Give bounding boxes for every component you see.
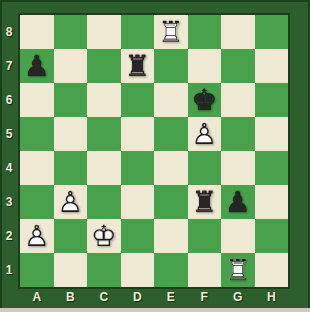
square-h5[interactable] — [255, 117, 289, 151]
square-e4[interactable] — [154, 151, 188, 185]
file-label-B: B — [54, 289, 88, 305]
square-b4[interactable] — [54, 151, 88, 185]
square-g7[interactable] — [221, 49, 255, 83]
square-a6[interactable] — [20, 83, 54, 117]
square-b8[interactable] — [54, 15, 88, 49]
white-pawn[interactable]: ♟♙ — [188, 117, 222, 151]
black-pawn[interactable]: ♟ — [221, 185, 255, 219]
square-f3[interactable]: ♜ — [188, 185, 222, 219]
rank-label-2: 2 — [0, 219, 18, 253]
square-b6[interactable] — [54, 83, 88, 117]
square-g1[interactable]: ♜♖ — [221, 253, 255, 287]
file-label-F: F — [188, 289, 222, 305]
file-label-D: D — [121, 289, 155, 305]
square-f2[interactable] — [188, 219, 222, 253]
square-d8[interactable] — [121, 15, 155, 49]
square-h2[interactable] — [255, 219, 289, 253]
square-h6[interactable] — [255, 83, 289, 117]
square-f6[interactable]: ♚ — [188, 83, 222, 117]
file-label-G: G — [221, 289, 255, 305]
square-d4[interactable] — [121, 151, 155, 185]
square-d6[interactable] — [121, 83, 155, 117]
square-h3[interactable] — [255, 185, 289, 219]
square-e6[interactable] — [154, 83, 188, 117]
square-h4[interactable] — [255, 151, 289, 185]
square-g6[interactable] — [221, 83, 255, 117]
rank-labels: 87654321 — [0, 15, 18, 287]
square-g4[interactable] — [221, 151, 255, 185]
square-e7[interactable] — [154, 49, 188, 83]
square-f7[interactable] — [188, 49, 222, 83]
rank-label-4: 4 — [0, 151, 18, 185]
square-c8[interactable] — [87, 15, 121, 49]
square-e3[interactable] — [154, 185, 188, 219]
square-c3[interactable] — [87, 185, 121, 219]
square-e2[interactable] — [154, 219, 188, 253]
square-d3[interactable] — [121, 185, 155, 219]
rank-label-6: 6 — [0, 83, 18, 117]
square-e1[interactable] — [154, 253, 188, 287]
rank-label-8: 8 — [0, 15, 18, 49]
chess-board: ♜♖♟♜♚♟♙♟♙♜♟♟♙♚♔♜♖ — [18, 13, 290, 289]
square-c2[interactable]: ♚♔ — [87, 219, 121, 253]
black-king[interactable]: ♚ — [188, 83, 222, 117]
white-pawn[interactable]: ♟♙ — [54, 185, 88, 219]
square-d5[interactable] — [121, 117, 155, 151]
square-a7[interactable]: ♟ — [20, 49, 54, 83]
white-pawn[interactable]: ♟♙ — [20, 219, 54, 253]
square-c5[interactable] — [87, 117, 121, 151]
black-rook[interactable]: ♜ — [121, 49, 155, 83]
square-g2[interactable] — [221, 219, 255, 253]
square-d2[interactable] — [121, 219, 155, 253]
square-b2[interactable] — [54, 219, 88, 253]
rank-label-5: 5 — [0, 117, 18, 151]
square-f5[interactable]: ♟♙ — [188, 117, 222, 151]
square-c4[interactable] — [87, 151, 121, 185]
square-a1[interactable] — [20, 253, 54, 287]
square-c7[interactable] — [87, 49, 121, 83]
square-c1[interactable] — [87, 253, 121, 287]
file-label-E: E — [154, 289, 188, 305]
square-a3[interactable] — [20, 185, 54, 219]
square-e5[interactable] — [154, 117, 188, 151]
file-label-H: H — [255, 289, 289, 305]
square-d1[interactable] — [121, 253, 155, 287]
square-g3[interactable]: ♟ — [221, 185, 255, 219]
square-a4[interactable] — [20, 151, 54, 185]
file-label-A: A — [20, 289, 54, 305]
square-c6[interactable] — [87, 83, 121, 117]
file-label-C: C — [87, 289, 121, 305]
square-h8[interactable] — [255, 15, 289, 49]
square-b7[interactable] — [54, 49, 88, 83]
white-king[interactable]: ♚♔ — [87, 219, 121, 253]
square-b5[interactable] — [54, 117, 88, 151]
square-b3[interactable]: ♟♙ — [54, 185, 88, 219]
file-labels: ABCDEFGH — [20, 289, 288, 305]
square-b1[interactable] — [54, 253, 88, 287]
square-f8[interactable] — [188, 15, 222, 49]
white-rook[interactable]: ♜♖ — [154, 15, 188, 49]
square-a8[interactable] — [20, 15, 54, 49]
square-g5[interactable] — [221, 117, 255, 151]
rank-label-7: 7 — [0, 49, 18, 83]
black-rook[interactable]: ♜ — [188, 185, 222, 219]
square-f1[interactable] — [188, 253, 222, 287]
square-h1[interactable] — [255, 253, 289, 287]
white-rook[interactable]: ♜♖ — [221, 253, 255, 287]
black-pawn[interactable]: ♟ — [20, 49, 54, 83]
rank-label-3: 3 — [0, 185, 18, 219]
bottom-edge-strip — [0, 308, 310, 312]
square-g8[interactable] — [221, 15, 255, 49]
square-h7[interactable] — [255, 49, 289, 83]
square-d7[interactable]: ♜ — [121, 49, 155, 83]
square-a5[interactable] — [20, 117, 54, 151]
square-f4[interactable] — [188, 151, 222, 185]
square-e8[interactable]: ♜♖ — [154, 15, 188, 49]
rank-label-1: 1 — [0, 253, 18, 287]
chess-diagram: 87654321 ♜♖♟♜♚♟♙♟♙♜♟♟♙♚♔♜♖ ABCDEFGH — [0, 0, 310, 312]
square-a2[interactable]: ♟♙ — [20, 219, 54, 253]
